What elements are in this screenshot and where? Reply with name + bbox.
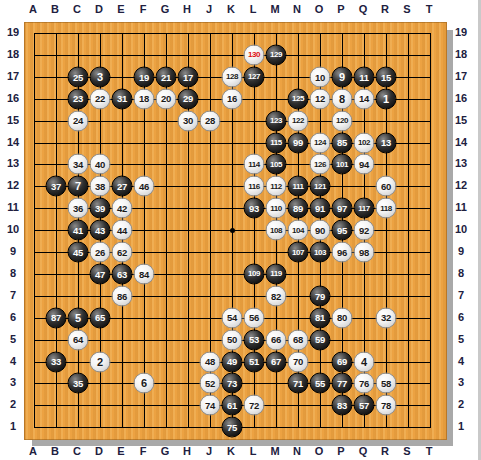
col-label-bottom-Q: Q <box>359 446 368 457</box>
stone-white-M10[interactable]: 108 <box>266 220 287 241</box>
stone-white-H15[interactable]: 30 <box>178 110 199 131</box>
stone-black-L17[interactable]: 127 <box>244 66 265 87</box>
row-label-right-2: 2 <box>458 399 464 410</box>
row-label-left-18: 18 <box>7 48 19 59</box>
col-label-bottom-S: S <box>403 446 410 457</box>
stone-black-O6[interactable]: 81 <box>310 307 331 328</box>
stone-white-L18[interactable]: 130 <box>244 44 265 65</box>
stone-black-B12[interactable]: 37 <box>46 176 67 197</box>
row-label-right-1: 1 <box>458 421 464 432</box>
stone-white-J4[interactable]: 48 <box>200 351 221 372</box>
row-label-left-15: 15 <box>7 114 19 125</box>
stone-white-Q14[interactable]: 102 <box>354 132 375 153</box>
col-label-top-H: H <box>183 4 191 15</box>
row-label-right-13: 13 <box>455 158 467 169</box>
row-label-left-12: 12 <box>7 180 19 191</box>
stone-black-E8[interactable]: 63 <box>112 263 133 284</box>
row-label-right-19: 19 <box>455 27 467 38</box>
stone-white-P9[interactable]: 96 <box>332 242 353 263</box>
col-label-bottom-F: F <box>140 446 147 457</box>
stone-black-K3[interactable]: 73 <box>222 373 243 394</box>
stone-black-M8[interactable]: 119 <box>266 263 287 284</box>
row-label-right-14: 14 <box>455 136 467 147</box>
stone-white-K6[interactable]: 54 <box>222 307 243 328</box>
stone-black-O11[interactable]: 91 <box>310 198 331 219</box>
col-label-bottom-N: N <box>293 446 301 457</box>
stone-black-F17[interactable]: 19 <box>134 66 155 87</box>
row-label-right-5: 5 <box>458 333 464 344</box>
stone-black-G17[interactable]: 21 <box>156 66 177 87</box>
col-label-top-E: E <box>117 4 124 15</box>
stone-black-D6[interactable]: 65 <box>90 307 111 328</box>
stone-black-N12[interactable]: 111 <box>288 176 309 197</box>
stone-white-G16[interactable]: 20 <box>156 88 177 109</box>
stone-white-F16[interactable]: 18 <box>134 88 155 109</box>
stone-black-P13[interactable]: 101 <box>332 154 353 175</box>
stone-white-L6[interactable]: 56 <box>244 307 265 328</box>
row-label-right-6: 6 <box>458 311 464 322</box>
stone-black-D8[interactable]: 47 <box>90 263 111 284</box>
stone-black-H16[interactable]: 29 <box>178 88 199 109</box>
stone-white-F12[interactable]: 46 <box>134 176 155 197</box>
stone-black-M13[interactable]: 105 <box>266 154 287 175</box>
stone-black-L8[interactable]: 109 <box>244 263 265 284</box>
stone-white-F3[interactable]: 6 <box>134 373 155 394</box>
stone-black-R16[interactable]: 1 <box>376 88 397 109</box>
stone-white-L2[interactable]: 72 <box>244 395 265 416</box>
row-label-right-16: 16 <box>455 92 467 103</box>
stone-white-K17[interactable]: 128 <box>222 66 243 87</box>
col-label-bottom-D: D <box>95 446 103 457</box>
col-label-bottom-K: K <box>227 446 235 457</box>
stone-black-Q17[interactable]: 11 <box>354 66 375 87</box>
row-label-left-17: 17 <box>7 70 19 81</box>
stone-black-P2[interactable]: 83 <box>332 395 353 416</box>
stone-white-Q9[interactable]: 98 <box>354 242 375 263</box>
stone-black-O5[interactable]: 59 <box>310 329 331 350</box>
col-label-top-R: R <box>381 4 389 15</box>
stone-white-C13[interactable]: 34 <box>68 154 89 175</box>
col-label-top-L: L <box>250 4 257 15</box>
stone-white-E9[interactable]: 62 <box>112 242 133 263</box>
stone-white-N10[interactable]: 104 <box>288 220 309 241</box>
stone-white-J15[interactable]: 28 <box>200 110 221 131</box>
stone-black-O12[interactable]: 121 <box>310 176 331 197</box>
col-label-top-A: A <box>29 4 37 15</box>
stone-white-C5[interactable]: 64 <box>68 329 89 350</box>
star-point-K10 <box>230 228 235 233</box>
stone-black-B4[interactable]: 33 <box>46 351 67 372</box>
row-label-left-7: 7 <box>10 289 16 300</box>
stone-black-C12[interactable]: 7 <box>68 176 89 197</box>
row-label-right-18: 18 <box>455 48 467 59</box>
stone-black-N16[interactable]: 125 <box>288 88 309 109</box>
stone-white-R12[interactable]: 60 <box>376 176 397 197</box>
stone-black-P3[interactable]: 77 <box>332 373 353 394</box>
stone-black-C6[interactable]: 5 <box>68 307 89 328</box>
stone-white-D16[interactable]: 22 <box>90 88 111 109</box>
stone-white-N15[interactable]: 122 <box>288 110 309 131</box>
col-label-bottom-P: P <box>337 446 344 457</box>
row-label-right-17: 17 <box>455 70 467 81</box>
row-label-left-1: 1 <box>10 421 16 432</box>
stone-black-R17[interactable]: 15 <box>376 66 397 87</box>
stone-black-L5[interactable]: 53 <box>244 329 265 350</box>
stone-white-O14[interactable]: 124 <box>310 132 331 153</box>
stone-black-R14[interactable]: 13 <box>376 132 397 153</box>
col-label-bottom-T: T <box>426 446 433 457</box>
row-label-left-8: 8 <box>10 267 16 278</box>
stone-black-N3[interactable]: 71 <box>288 373 309 394</box>
stone-white-Q4[interactable]: 4 <box>354 351 375 372</box>
stone-white-N4[interactable]: 70 <box>288 351 309 372</box>
stone-black-N9[interactable]: 107 <box>288 242 309 263</box>
col-label-bottom-G: G <box>161 446 170 457</box>
stone-black-P10[interactable]: 95 <box>332 220 353 241</box>
go-board[interactable]: 1234567891011121314151617181920212223242… <box>24 22 447 440</box>
row-label-left-4: 4 <box>10 355 16 366</box>
stone-black-C10[interactable]: 41 <box>68 220 89 241</box>
stone-black-D17[interactable]: 3 <box>90 66 111 87</box>
col-label-bottom-B: B <box>51 446 59 457</box>
col-label-bottom-R: R <box>381 446 389 457</box>
col-label-top-G: G <box>161 4 170 15</box>
stone-black-E12[interactable]: 27 <box>112 176 133 197</box>
stone-black-L11[interactable]: 93 <box>244 198 265 219</box>
stone-black-C9[interactable]: 45 <box>68 242 89 263</box>
stone-white-O16[interactable]: 12 <box>310 88 331 109</box>
stone-white-C11[interactable]: 36 <box>68 198 89 219</box>
stone-black-M14[interactable]: 115 <box>266 132 287 153</box>
stone-black-M18[interactable]: 129 <box>266 44 287 65</box>
row-label-left-16: 16 <box>7 92 19 103</box>
stone-white-N5[interactable]: 68 <box>288 329 309 350</box>
col-label-top-S: S <box>403 4 410 15</box>
stone-white-M5[interactable]: 66 <box>266 329 287 350</box>
stone-white-K16[interactable]: 16 <box>222 88 243 109</box>
stone-white-Q10[interactable]: 92 <box>354 220 375 241</box>
stone-black-K4[interactable]: 49 <box>222 351 243 372</box>
stone-white-P6[interactable]: 80 <box>332 307 353 328</box>
row-label-right-7: 7 <box>458 289 464 300</box>
row-label-left-10: 10 <box>7 224 19 235</box>
row-label-left-9: 9 <box>10 246 16 257</box>
col-label-top-Q: Q <box>359 4 368 15</box>
stone-black-O3[interactable]: 55 <box>310 373 331 394</box>
stone-black-Q2[interactable]: 57 <box>354 395 375 416</box>
stone-black-M15[interactable]: 123 <box>266 110 287 131</box>
grid-vline <box>430 33 431 428</box>
stone-black-K2[interactable]: 61 <box>222 395 243 416</box>
col-label-bottom-H: H <box>183 446 191 457</box>
row-label-left-3: 3 <box>10 377 16 388</box>
stone-black-N11[interactable]: 89 <box>288 198 309 219</box>
stone-white-J3[interactable]: 52 <box>200 373 221 394</box>
col-label-bottom-E: E <box>117 446 124 457</box>
stone-black-C16[interactable]: 23 <box>68 88 89 109</box>
stone-white-O13[interactable]: 126 <box>310 154 331 175</box>
col-label-top-N: N <box>293 4 301 15</box>
stone-black-N14[interactable]: 99 <box>288 132 309 153</box>
stone-white-F8[interactable]: 84 <box>134 263 155 284</box>
stone-white-D12[interactable]: 38 <box>90 176 111 197</box>
stone-white-L13[interactable]: 114 <box>244 154 265 175</box>
stone-white-Q16[interactable]: 14 <box>354 88 375 109</box>
row-label-left-11: 11 <box>7 202 19 213</box>
col-label-top-F: F <box>140 4 147 15</box>
stone-white-M11[interactable]: 110 <box>266 198 287 219</box>
col-label-bottom-C: C <box>73 446 81 457</box>
stone-black-P11[interactable]: 97 <box>332 198 353 219</box>
row-label-left-13: 13 <box>7 158 19 169</box>
row-label-right-8: 8 <box>458 267 464 278</box>
stone-white-M7[interactable]: 82 <box>266 285 287 306</box>
col-label-top-C: C <box>73 4 81 15</box>
row-label-left-14: 14 <box>7 136 19 147</box>
stone-black-Q11[interactable]: 117 <box>354 198 375 219</box>
col-label-bottom-L: L <box>250 446 257 457</box>
stone-white-E10[interactable]: 44 <box>112 220 133 241</box>
stone-white-O17[interactable]: 10 <box>310 66 331 87</box>
stone-black-P17[interactable]: 9 <box>332 66 353 87</box>
row-label-left-2: 2 <box>10 399 16 410</box>
go-diagram: ABCDEFGHJKLMNOPQRST ABCDEFGHJKLMNOPQRST … <box>0 0 481 460</box>
stone-black-K1[interactable]: 75 <box>222 417 243 438</box>
col-label-top-T: T <box>426 4 433 15</box>
col-label-bottom-A: A <box>29 446 37 457</box>
row-label-right-11: 11 <box>455 202 467 213</box>
col-label-top-K: K <box>227 4 235 15</box>
stone-white-Q3[interactable]: 76 <box>354 373 375 394</box>
col-label-top-M: M <box>270 4 279 15</box>
stone-white-R2[interactable]: 78 <box>376 395 397 416</box>
col-label-top-B: B <box>51 4 59 15</box>
stone-black-C3[interactable]: 35 <box>68 373 89 394</box>
stone-black-O9[interactable]: 103 <box>310 242 331 263</box>
stone-black-P4[interactable]: 69 <box>332 351 353 372</box>
col-label-top-D: D <box>95 4 103 15</box>
stone-white-M12[interactable]: 112 <box>266 176 287 197</box>
stone-black-D10[interactable]: 43 <box>90 220 111 241</box>
grid-vline <box>34 33 35 428</box>
stone-white-D9[interactable]: 26 <box>90 242 111 263</box>
stone-white-J2[interactable]: 74 <box>200 395 221 416</box>
row-label-left-19: 19 <box>7 27 19 38</box>
stone-black-E16[interactable]: 31 <box>112 88 133 109</box>
stone-black-L4[interactable]: 51 <box>244 351 265 372</box>
stone-white-K5[interactable]: 50 <box>222 329 243 350</box>
stone-white-R3[interactable]: 58 <box>376 373 397 394</box>
stone-white-E7[interactable]: 86 <box>112 285 133 306</box>
stone-white-O10[interactable]: 90 <box>310 220 331 241</box>
stone-white-L12[interactable]: 116 <box>244 176 265 197</box>
stone-white-R11[interactable]: 118 <box>376 198 397 219</box>
stone-white-Q13[interactable]: 94 <box>354 154 375 175</box>
stone-black-B6[interactable]: 87 <box>46 307 67 328</box>
row-label-right-15: 15 <box>455 114 467 125</box>
row-label-right-9: 9 <box>458 246 464 257</box>
stone-black-H17[interactable]: 17 <box>178 66 199 87</box>
stone-black-O7[interactable]: 79 <box>310 285 331 306</box>
col-label-bottom-O: O <box>315 446 324 457</box>
stone-white-E11[interactable]: 42 <box>112 198 133 219</box>
stone-white-P15[interactable]: 120 <box>332 110 353 131</box>
stone-white-P16[interactable]: 8 <box>332 88 353 109</box>
col-label-bottom-M: M <box>270 446 279 457</box>
stone-white-C15[interactable]: 24 <box>68 110 89 131</box>
stone-black-M4[interactable]: 67 <box>266 351 287 372</box>
stone-white-R6[interactable]: 32 <box>376 307 397 328</box>
row-label-right-10: 10 <box>455 224 467 235</box>
stone-black-C17[interactable]: 25 <box>68 66 89 87</box>
stone-white-D13[interactable]: 40 <box>90 154 111 175</box>
grid-vline <box>408 33 409 428</box>
stone-white-D4[interactable]: 2 <box>90 351 111 372</box>
row-label-right-3: 3 <box>458 377 464 388</box>
stone-black-P14[interactable]: 85 <box>332 132 353 153</box>
row-label-left-6: 6 <box>10 311 16 322</box>
row-label-left-5: 5 <box>10 333 16 344</box>
col-label-top-J: J <box>206 4 212 15</box>
row-label-right-12: 12 <box>455 180 467 191</box>
col-label-top-O: O <box>315 4 324 15</box>
row-label-right-4: 4 <box>458 355 464 366</box>
col-label-top-P: P <box>337 4 344 15</box>
stone-black-D11[interactable]: 39 <box>90 198 111 219</box>
col-label-bottom-J: J <box>206 446 212 457</box>
